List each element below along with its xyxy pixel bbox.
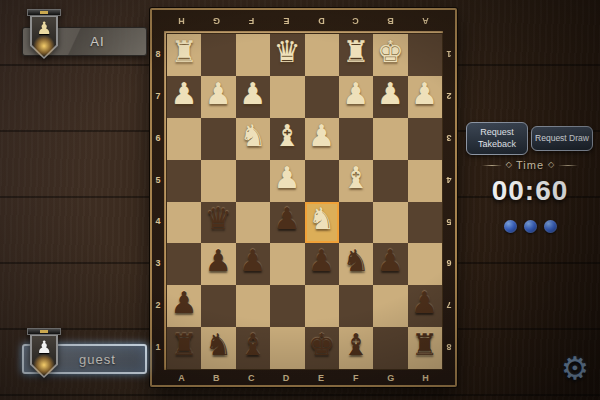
file-label: G: [199, 13, 234, 30]
time-label: Time: [516, 159, 544, 171]
square-b8[interactable]: [201, 34, 235, 76]
rank-label: 3: [152, 242, 164, 284]
square-c4[interactable]: [236, 202, 270, 244]
rank-label: 5: [443, 201, 455, 243]
rank-label: 8: [443, 326, 455, 368]
pawn-banner-icon: ♟: [27, 18, 61, 38]
indicator-dot: [544, 220, 557, 233]
square-c1[interactable]: ♝: [236, 327, 270, 369]
request-takeback-button[interactable]: Request Takeback: [466, 122, 528, 155]
file-label: F: [234, 13, 269, 30]
square-e2[interactable]: [305, 285, 339, 327]
square-g7[interactable]: ♟: [373, 76, 407, 118]
square-e8[interactable]: [305, 34, 339, 76]
cream-p-piece[interactable]: ♟: [308, 121, 335, 151]
square-g5[interactable]: [373, 160, 407, 202]
square-g6[interactable]: [373, 118, 407, 160]
file-label: C: [234, 371, 269, 385]
square-f6[interactable]: [339, 118, 373, 160]
cream-p-piece[interactable]: ♟: [343, 79, 370, 109]
square-d3[interactable]: [270, 243, 304, 285]
rank-label: 4: [443, 159, 455, 201]
board-squares: ♜♛♜♚♟♟♟♟♟♟♞♝♟♟♝♛♟♞♟♟♟♞♟♟♟♜♞♝♚♝♜: [166, 33, 443, 370]
square-h5[interactable]: [408, 160, 442, 202]
rank-label: 4: [152, 201, 164, 243]
file-label: A: [164, 371, 199, 385]
cream-p-piece[interactable]: ♟: [377, 79, 404, 109]
file-label: H: [408, 371, 443, 385]
file-label: D: [304, 13, 339, 30]
file-label: A: [408, 13, 443, 30]
rank-label: 6: [152, 117, 164, 159]
square-b3[interactable]: ♟: [201, 243, 235, 285]
file-labels-bottom: ABCDEFGH: [164, 371, 443, 385]
brown-n-piece[interactable]: ♞: [205, 330, 232, 360]
file-label: H: [164, 13, 199, 30]
square-a1[interactable]: ♜: [167, 327, 201, 369]
chess-board: HGFEDCBA ABCDEFGH 87654321 12345678 ♜♛♜♚…: [150, 8, 457, 387]
file-label: D: [269, 371, 304, 385]
brown-p-piece[interactable]: ♟: [411, 288, 438, 318]
square-h6[interactable]: [408, 118, 442, 160]
cream-b-piece[interactable]: ♝: [274, 121, 301, 151]
rank-label: 8: [152, 33, 164, 75]
brown-r-piece[interactable]: ♜: [411, 330, 438, 360]
brown-b-piece[interactable]: ♝: [343, 330, 370, 360]
square-h2[interactable]: ♟: [408, 285, 442, 327]
file-label: B: [199, 371, 234, 385]
square-d8[interactable]: ♛: [270, 34, 304, 76]
pawn-banner-icon: ♟: [27, 337, 61, 357]
square-b1[interactable]: ♞: [201, 327, 235, 369]
square-c5[interactable]: [236, 160, 270, 202]
cream-n-piece[interactable]: ♞: [239, 121, 266, 151]
cream-k-piece[interactable]: ♚: [377, 37, 404, 67]
square-h4[interactable]: [408, 202, 442, 244]
square-c8[interactable]: [236, 34, 270, 76]
cream-p-piece[interactable]: ♟: [171, 79, 198, 109]
cream-p-piece[interactable]: ♟: [411, 79, 438, 109]
square-e1[interactable]: ♚: [305, 327, 339, 369]
cream-p-piece[interactable]: ♟: [205, 79, 232, 109]
square-a3[interactable]: [167, 243, 201, 285]
file-label: E: [269, 13, 304, 30]
app-background: HGFEDCBA ABCDEFGH 87654321 12345678 ♜♛♜♚…: [0, 0, 600, 400]
square-e6[interactable]: ♟: [305, 118, 339, 160]
rank-label: 7: [152, 75, 164, 117]
rank-labels-left: 87654321: [152, 33, 164, 368]
brown-p-piece[interactable]: ♟: [274, 204, 301, 234]
cream-r-piece[interactable]: ♜: [343, 37, 370, 67]
square-h7[interactable]: ♟: [408, 76, 442, 118]
square-f7[interactable]: ♟: [339, 76, 373, 118]
cream-r-piece[interactable]: ♜: [171, 37, 198, 67]
file-labels-top: HGFEDCBA: [164, 13, 443, 30]
square-a8[interactable]: ♜: [167, 34, 201, 76]
file-label: F: [338, 371, 373, 385]
indicator-dot: [504, 220, 517, 233]
square-a7[interactable]: ♟: [167, 76, 201, 118]
player-name-ai: AI: [64, 34, 104, 49]
indicator-dots: [465, 220, 595, 233]
cream-p-piece[interactable]: ♟: [239, 79, 266, 109]
square-f3[interactable]: ♞: [339, 243, 373, 285]
board-inner-frame: ♜♛♜♚♟♟♟♟♟♟♞♝♟♟♝♛♟♞♟♟♟♞♟♟♟♜♞♝♚♝♜: [164, 31, 443, 370]
square-d6[interactable]: ♝: [270, 118, 304, 160]
cream-n-piece[interactable]: ♞: [308, 204, 335, 234]
ai-banner: ♟: [27, 9, 61, 59]
square-c7[interactable]: ♟: [236, 76, 270, 118]
square-e4[interactable]: ♞: [305, 202, 339, 244]
request-draw-button[interactable]: Request Draw: [531, 126, 593, 151]
rank-label: 1: [443, 33, 455, 75]
cream-b-piece[interactable]: ♝: [343, 163, 370, 193]
rank-label: 7: [443, 284, 455, 326]
file-label: C: [338, 13, 373, 30]
square-c6[interactable]: ♞: [236, 118, 270, 160]
square-e5[interactable]: [305, 160, 339, 202]
rank-labels-right: 12345678: [443, 33, 455, 368]
brown-p-piece[interactable]: ♟: [308, 246, 335, 276]
square-g8[interactable]: ♚: [373, 34, 407, 76]
square-f1[interactable]: ♝: [339, 327, 373, 369]
square-b4[interactable]: ♛: [201, 202, 235, 244]
rank-label: 3: [443, 117, 455, 159]
square-c2[interactable]: [236, 285, 270, 327]
rank-label: 2: [443, 75, 455, 117]
brown-k-piece[interactable]: ♚: [308, 330, 335, 360]
square-h1[interactable]: ♜: [408, 327, 442, 369]
indicator-dot: [524, 220, 537, 233]
square-a5[interactable]: [167, 160, 201, 202]
rank-label: 1: [152, 326, 164, 368]
brown-p-piece[interactable]: ♟: [171, 288, 198, 318]
brown-p-piece[interactable]: ♟: [205, 246, 232, 276]
time-header: ◇ Time ◇: [465, 158, 595, 172]
guest-banner: ♟: [27, 328, 61, 378]
square-a4[interactable]: [167, 202, 201, 244]
brown-n-piece[interactable]: ♞: [343, 246, 370, 276]
square-a2[interactable]: ♟: [167, 285, 201, 327]
square-f8[interactable]: ♜: [339, 34, 373, 76]
square-b7[interactable]: ♟: [201, 76, 235, 118]
brown-p-piece[interactable]: ♟: [377, 246, 404, 276]
cream-q-piece[interactable]: ♛: [274, 37, 301, 67]
square-a6[interactable]: [167, 118, 201, 160]
square-b6[interactable]: [201, 118, 235, 160]
square-g4[interactable]: [373, 202, 407, 244]
square-g1[interactable]: [373, 327, 407, 369]
square-b2[interactable]: [201, 285, 235, 327]
timer-value: 00:60: [465, 175, 595, 207]
file-label: E: [304, 371, 339, 385]
square-d2[interactable]: [270, 285, 304, 327]
square-g2[interactable]: [373, 285, 407, 327]
settings-gear-icon[interactable]: ⚙: [557, 350, 593, 386]
file-label: B: [373, 13, 408, 30]
brown-b-piece[interactable]: ♝: [239, 330, 266, 360]
square-f4[interactable]: [339, 202, 373, 244]
square-e3[interactable]: ♟: [305, 243, 339, 285]
square-g3[interactable]: ♟: [373, 243, 407, 285]
file-label: G: [373, 371, 408, 385]
square-e7[interactable]: [305, 76, 339, 118]
square-d7[interactable]: [270, 76, 304, 118]
brown-p-piece[interactable]: ♟: [239, 246, 266, 276]
square-h3[interactable]: [408, 243, 442, 285]
rank-label: 6: [443, 242, 455, 284]
brown-r-piece[interactable]: ♜: [171, 330, 198, 360]
diamond-ornament: ◇: [548, 161, 554, 169]
square-c3[interactable]: ♟: [236, 243, 270, 285]
diamond-ornament: ◇: [506, 161, 512, 169]
square-f2[interactable]: [339, 285, 373, 327]
rank-label: 2: [152, 284, 164, 326]
rank-label: 5: [152, 159, 164, 201]
cream-p-piece[interactable]: ♟: [274, 163, 301, 193]
square-b5[interactable]: [201, 160, 235, 202]
square-d4[interactable]: ♟: [270, 202, 304, 244]
square-d5[interactable]: ♟: [270, 160, 304, 202]
square-h8[interactable]: [408, 34, 442, 76]
square-f5[interactable]: ♝: [339, 160, 373, 202]
player-name-guest: guest: [53, 352, 116, 367]
brown-q-piece[interactable]: ♛: [205, 204, 232, 234]
square-d1[interactable]: [270, 327, 304, 369]
